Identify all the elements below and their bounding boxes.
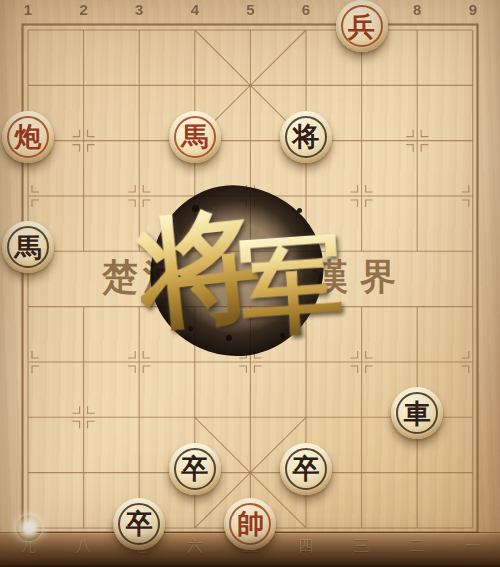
- file-label-top: 9: [461, 1, 485, 18]
- file-label-top: 8: [405, 1, 429, 18]
- file-label-top: 2: [72, 1, 96, 18]
- piece-character: 馬: [181, 123, 208, 150]
- piece-red-horse[interactable]: 馬: [169, 111, 221, 163]
- xiangqi-app: 123456789 九八七六五四三二一 楚河漢界 炮馬将兵馬車卒卒卒帥 将 军: [0, 0, 500, 567]
- file-label-top: 1: [16, 1, 40, 18]
- piece-character: 炮: [15, 123, 42, 150]
- file-label-bottom: 八: [71, 536, 97, 557]
- river-char: 界: [360, 253, 396, 302]
- piece-black-general[interactable]: 将: [280, 111, 332, 163]
- file-label-bottom: 一: [460, 536, 486, 557]
- piece-character: 帥: [237, 510, 264, 537]
- check-announcement-char-2: 军: [236, 229, 347, 340]
- piece-character: 兵: [348, 13, 375, 40]
- piece-character: 卒: [293, 455, 320, 482]
- piece-red-soldier[interactable]: 兵: [336, 0, 388, 52]
- move-glow-marker: [15, 514, 43, 542]
- file-label-top: 3: [127, 1, 151, 18]
- piece-character: 将: [293, 123, 320, 150]
- piece-character: 卒: [181, 455, 208, 482]
- piece-red-cannon[interactable]: 炮: [2, 111, 54, 163]
- piece-black-horse[interactable]: 馬: [2, 221, 54, 273]
- ink-splatter-dot: [297, 208, 302, 213]
- piece-black-soldier[interactable]: 卒: [113, 498, 165, 550]
- river-char: 楚: [102, 253, 138, 302]
- file-label-top: 6: [294, 1, 318, 18]
- piece-character: 車: [404, 400, 431, 427]
- file-label-bottom: 六: [182, 536, 208, 557]
- piece-character: 馬: [15, 234, 42, 261]
- piece-character: 卒: [126, 510, 153, 537]
- piece-black-soldier[interactable]: 卒: [280, 443, 332, 495]
- file-label-bottom: 二: [404, 536, 430, 557]
- piece-black-soldier[interactable]: 卒: [169, 443, 221, 495]
- file-label-bottom: 四: [293, 536, 319, 557]
- file-label-bottom: 三: [349, 536, 375, 557]
- file-label-top: 5: [238, 1, 262, 18]
- piece-red-general[interactable]: 帥: [224, 498, 276, 550]
- file-label-top: 4: [183, 1, 207, 18]
